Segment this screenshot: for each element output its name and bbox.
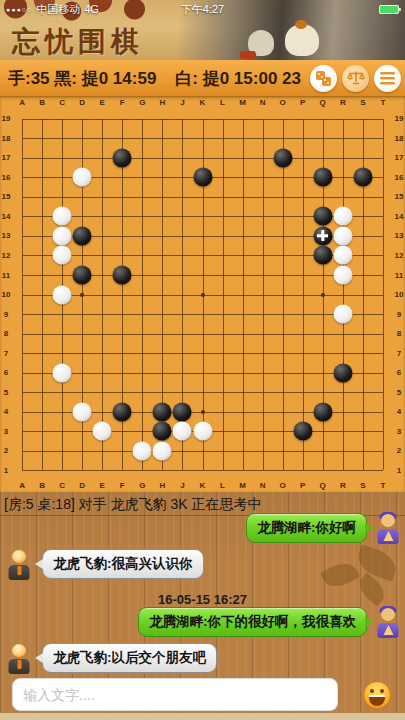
stone-R9 xyxy=(333,305,352,324)
app-title: 忘忧围棋 xyxy=(12,23,144,60)
star-point xyxy=(201,293,205,297)
grid-line xyxy=(22,373,383,374)
avatar-body xyxy=(9,565,30,580)
board-grid[interactable] xyxy=(12,109,393,480)
coord-label: 15 xyxy=(393,187,405,207)
stone-C10 xyxy=(53,285,72,304)
title-banner: ●●●○○ 中国移动 4G 下午4:27 忘忧围棋 xyxy=(0,0,405,60)
coord-label: G xyxy=(132,97,152,109)
coord-label: M xyxy=(233,97,253,109)
grid-line xyxy=(22,451,383,452)
game-info-bar: 手:35 黑: 提0 14:59 白: 提0 15:00 23 xyxy=(0,60,405,97)
stone-C14 xyxy=(53,207,72,226)
coord-label: 6 xyxy=(393,363,405,383)
coord-label: 19 xyxy=(0,109,12,129)
coord-label: R xyxy=(333,97,353,109)
coord-label: F xyxy=(112,97,132,109)
stone-F4 xyxy=(113,402,132,421)
coord-label: 1 xyxy=(0,461,12,481)
star-point xyxy=(201,410,205,414)
leaf-decoration xyxy=(320,557,360,592)
coord-label: 7 xyxy=(393,343,405,363)
star-point xyxy=(80,293,84,297)
coord-label: D xyxy=(72,480,92,492)
stone-P3 xyxy=(293,422,312,441)
chat-text: 龙虎飞豹:以后交个朋友吧 xyxy=(53,650,206,665)
coord-label: 16 xyxy=(0,168,12,188)
coord-label: O xyxy=(273,97,293,109)
stone-H3 xyxy=(153,422,172,441)
coord-label: Q xyxy=(313,480,333,492)
stone-G2 xyxy=(133,441,152,460)
coord-label: 10 xyxy=(0,285,12,305)
player-avatar[interactable] xyxy=(6,549,32,580)
coord-label: N xyxy=(253,97,273,109)
stone-R6 xyxy=(333,363,352,382)
stone-R11 xyxy=(333,265,352,284)
coord-label: B xyxy=(32,480,52,492)
stone-H4 xyxy=(153,402,172,421)
chat-bubble-opponent: 龙腾湖畔:你好啊 xyxy=(246,513,367,543)
coord-label: 14 xyxy=(0,207,12,227)
grid-line xyxy=(22,314,383,315)
grid-line xyxy=(22,392,383,393)
grid-line xyxy=(22,334,383,335)
opponent-avatar[interactable] xyxy=(375,513,401,544)
coord-label: 2 xyxy=(393,441,405,461)
stone-Q12 xyxy=(313,246,332,265)
column-labels-bottom: ABCDEFGHJKLMNOPQRST xyxy=(12,480,393,492)
stone-R13 xyxy=(333,226,352,245)
coord-label: 12 xyxy=(0,246,12,266)
app-screen: ●●●○○ 中国移动 4G 下午4:27 忘忧围棋 手:35 黑: 提0 14:… xyxy=(0,0,405,720)
coord-label: F xyxy=(112,480,132,492)
coord-label: 13 xyxy=(0,226,12,246)
go-board[interactable]: ABCDEFGHJKLMNOPQRST ABCDEFGHJKLMNOPQRST … xyxy=(0,97,405,492)
grid-line xyxy=(243,119,244,470)
chat-timestamp: 16-05-15 16:27 xyxy=(0,592,405,607)
chat-bubble-opponent: 龙腾湖畔:你下的很好啊，我很喜欢 xyxy=(138,607,367,637)
row-labels-left: 19181716151413121110987654321 xyxy=(0,109,12,480)
stone-C12 xyxy=(53,246,72,265)
stone-E3 xyxy=(93,422,112,441)
leaf-decoration xyxy=(354,544,400,581)
avatar-body xyxy=(9,659,30,674)
coord-label: 8 xyxy=(0,324,12,344)
coord-label: 11 xyxy=(393,265,405,285)
stone-K3 xyxy=(193,422,212,441)
menu-icon xyxy=(380,72,395,85)
stone-D16 xyxy=(73,168,92,187)
white-info-label: 白: 提0 15:00 23 xyxy=(175,67,301,90)
stone-J4 xyxy=(173,402,192,421)
coord-label: K xyxy=(192,97,212,109)
black-info-label: 手:35 黑: 提0 14:59 xyxy=(8,67,156,90)
coord-label: 15 xyxy=(0,187,12,207)
stone-D13 xyxy=(73,226,92,245)
coord-label: P xyxy=(293,97,313,109)
coord-label: 3 xyxy=(393,422,405,442)
dice-icon xyxy=(315,70,332,87)
coord-label: 19 xyxy=(393,109,405,129)
coord-label: T xyxy=(373,97,393,109)
coord-label: 17 xyxy=(393,148,405,168)
bottom-strip xyxy=(0,713,405,720)
stone-K16 xyxy=(193,168,212,187)
coord-label: 14 xyxy=(393,207,405,227)
stone-C6 xyxy=(53,363,72,382)
stone-Q13 xyxy=(313,226,332,245)
grid-line xyxy=(383,119,384,470)
coord-label: 17 xyxy=(0,148,12,168)
coord-label: A xyxy=(12,97,32,109)
coord-label: J xyxy=(172,480,192,492)
coord-label: Q xyxy=(313,97,333,109)
stone-F11 xyxy=(113,265,132,284)
grid-line xyxy=(343,119,344,470)
chat-bubble-player: 龙虎飞豹:以后交个朋友吧 xyxy=(42,643,217,673)
avatar-head xyxy=(12,550,26,563)
chat-message-row: 龙虎飞豹:以后交个朋友吧 xyxy=(6,643,217,674)
chat-message-row: 龙虎飞豹:很高兴认识你 xyxy=(6,549,204,580)
chat-text: 龙腾湖畔:你好啊 xyxy=(257,520,356,535)
stone-D4 xyxy=(73,402,92,421)
battery-icon xyxy=(379,5,399,14)
status-bar: ●●●○○ 中国移动 4G 下午4:27 xyxy=(0,0,405,18)
grid-line xyxy=(283,119,284,470)
grid-line xyxy=(22,353,383,354)
stone-O17 xyxy=(273,148,292,167)
stone-Q4 xyxy=(313,402,332,421)
grid-line xyxy=(303,119,304,470)
coord-label: O xyxy=(273,480,293,492)
go-player-figure xyxy=(248,30,274,56)
coord-label: 5 xyxy=(0,382,12,402)
grid-line xyxy=(223,119,224,470)
coord-label: 13 xyxy=(393,226,405,246)
coord-label: S xyxy=(353,480,373,492)
coord-label: E xyxy=(92,97,112,109)
coord-label: S xyxy=(353,97,373,109)
emoji-button[interactable] xyxy=(363,681,391,709)
coord-label: 8 xyxy=(393,324,405,344)
stone-R12 xyxy=(333,246,352,265)
coord-label: D xyxy=(72,97,92,109)
coord-label: G xyxy=(132,480,152,492)
coord-label: L xyxy=(212,97,232,109)
grid-line xyxy=(22,470,383,471)
coord-label: 11 xyxy=(0,265,12,285)
scale-icon xyxy=(347,70,365,86)
coord-label: 9 xyxy=(393,304,405,324)
coord-label: E xyxy=(92,480,112,492)
stone-S16 xyxy=(353,168,372,187)
coord-label: 1 xyxy=(393,461,405,481)
avatar-head xyxy=(381,608,395,621)
chat-text: 龙腾湖畔:你下的很好啊，我很喜欢 xyxy=(149,614,356,629)
coord-label: B xyxy=(32,97,52,109)
avatar-body xyxy=(378,529,399,544)
stone-F17 xyxy=(113,148,132,167)
coord-label: 3 xyxy=(0,422,12,442)
chat-bubble-player: 龙虎飞豹:很高兴认识你 xyxy=(42,549,204,579)
chat-message-row: 龙腾湖畔:你下的很好啊，我很喜欢 xyxy=(138,607,401,638)
coord-label: P xyxy=(293,480,313,492)
stone-Q14 xyxy=(313,207,332,226)
menu-button[interactable] xyxy=(374,65,401,92)
dice-button[interactable] xyxy=(310,65,337,92)
row-labels-right: 19181716151413121110987654321 xyxy=(393,109,405,480)
coord-label: H xyxy=(152,480,172,492)
coord-label: N xyxy=(253,480,273,492)
coord-label: 4 xyxy=(393,402,405,422)
coord-label: T xyxy=(373,480,393,492)
coord-label: 4 xyxy=(0,402,12,422)
star-point xyxy=(321,293,325,297)
coord-label: 16 xyxy=(393,168,405,188)
coord-label: C xyxy=(52,97,72,109)
coord-label: 2 xyxy=(0,441,12,461)
stone-C13 xyxy=(53,226,72,245)
stone-H2 xyxy=(153,441,172,460)
column-labels-top: ABCDEFGHJKLMNOPQRST xyxy=(12,97,393,109)
coord-label: 6 xyxy=(0,363,12,383)
coord-label: R xyxy=(333,480,353,492)
stone-J3 xyxy=(173,422,192,441)
coord-label: 18 xyxy=(0,129,12,149)
stone-D11 xyxy=(73,265,92,284)
chat-input[interactable] xyxy=(12,678,338,711)
avatar-head xyxy=(12,644,26,657)
coord-label: 12 xyxy=(393,246,405,266)
coord-label: L xyxy=(212,480,232,492)
coord-label: J xyxy=(172,97,192,109)
avatar-head xyxy=(381,514,395,527)
avatar-body xyxy=(378,623,399,638)
stone-Q16 xyxy=(313,168,332,187)
coord-label: 9 xyxy=(0,304,12,324)
coord-label: M xyxy=(233,480,253,492)
coord-label: A xyxy=(12,480,32,492)
coord-label: H xyxy=(152,97,172,109)
opponent-avatar[interactable] xyxy=(375,607,401,638)
coord-label: C xyxy=(52,480,72,492)
grid-line xyxy=(263,119,264,470)
coord-label: K xyxy=(192,480,212,492)
stone-R14 xyxy=(333,207,352,226)
chat-text: 龙虎飞豹:很高兴认识你 xyxy=(53,556,193,571)
go-player-figure xyxy=(285,24,319,56)
chat-message-row: 龙腾湖畔:你好啊 xyxy=(246,513,401,544)
coord-label: 10 xyxy=(393,285,405,305)
coord-label: 5 xyxy=(393,382,405,402)
coord-label: 18 xyxy=(393,129,405,149)
player-avatar[interactable] xyxy=(6,643,32,674)
coord-label: 7 xyxy=(0,343,12,363)
clock-label: 下午4:27 xyxy=(0,2,405,17)
score-count-button[interactable] xyxy=(342,65,369,92)
